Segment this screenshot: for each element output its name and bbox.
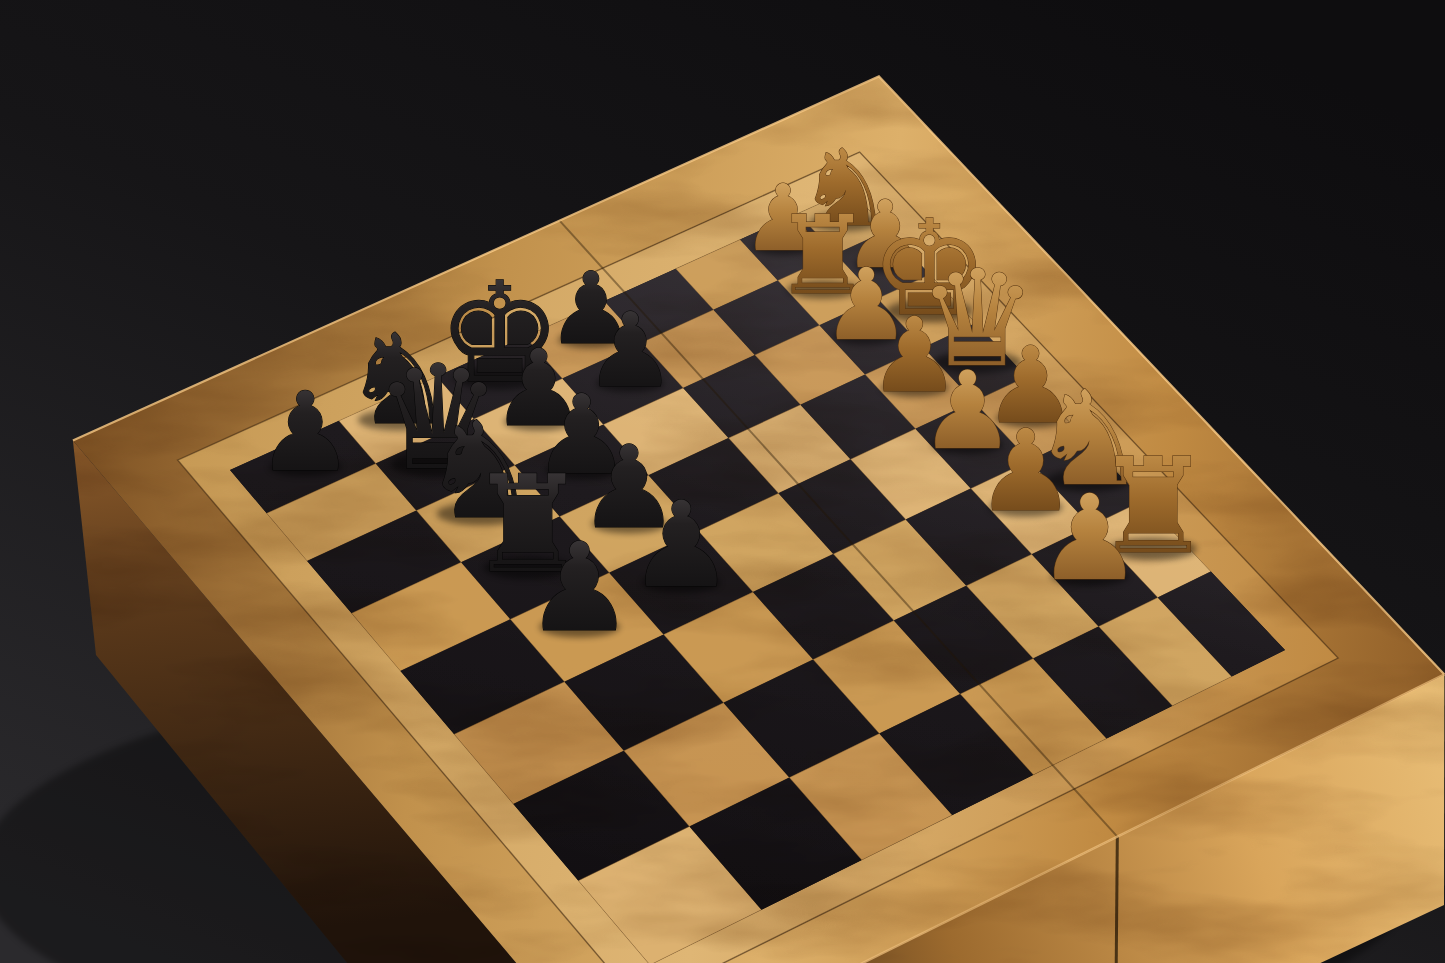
black-pawn-b5[interactable]: ♟: [525, 517, 635, 659]
chess-board: ♞♟♟♜♚♟♟♛♚♟♟♟♞♟♟♛♟♟♞♟♞♟♜♜♟♟♟: [0, 0, 1445, 963]
piece-glyph: ♟: [1037, 469, 1143, 607]
piece-glyph: ♟: [256, 368, 354, 496]
piece-glyph: ♟: [628, 476, 734, 614]
black-pawn-c5[interactable]: ♟: [628, 476, 734, 614]
chessboard-photo-scene: ♞♟♟♜♚♟♟♛♚♟♟♟♞♟♟♛♟♟♞♟♞♟♜♜♟♟♟: [0, 0, 1445, 963]
wood-pawn-g7[interactable]: ♟: [1037, 469, 1143, 607]
black-pawn-a1[interactable]: ♟: [256, 368, 354, 496]
piece-glyph: ♟: [525, 517, 635, 659]
